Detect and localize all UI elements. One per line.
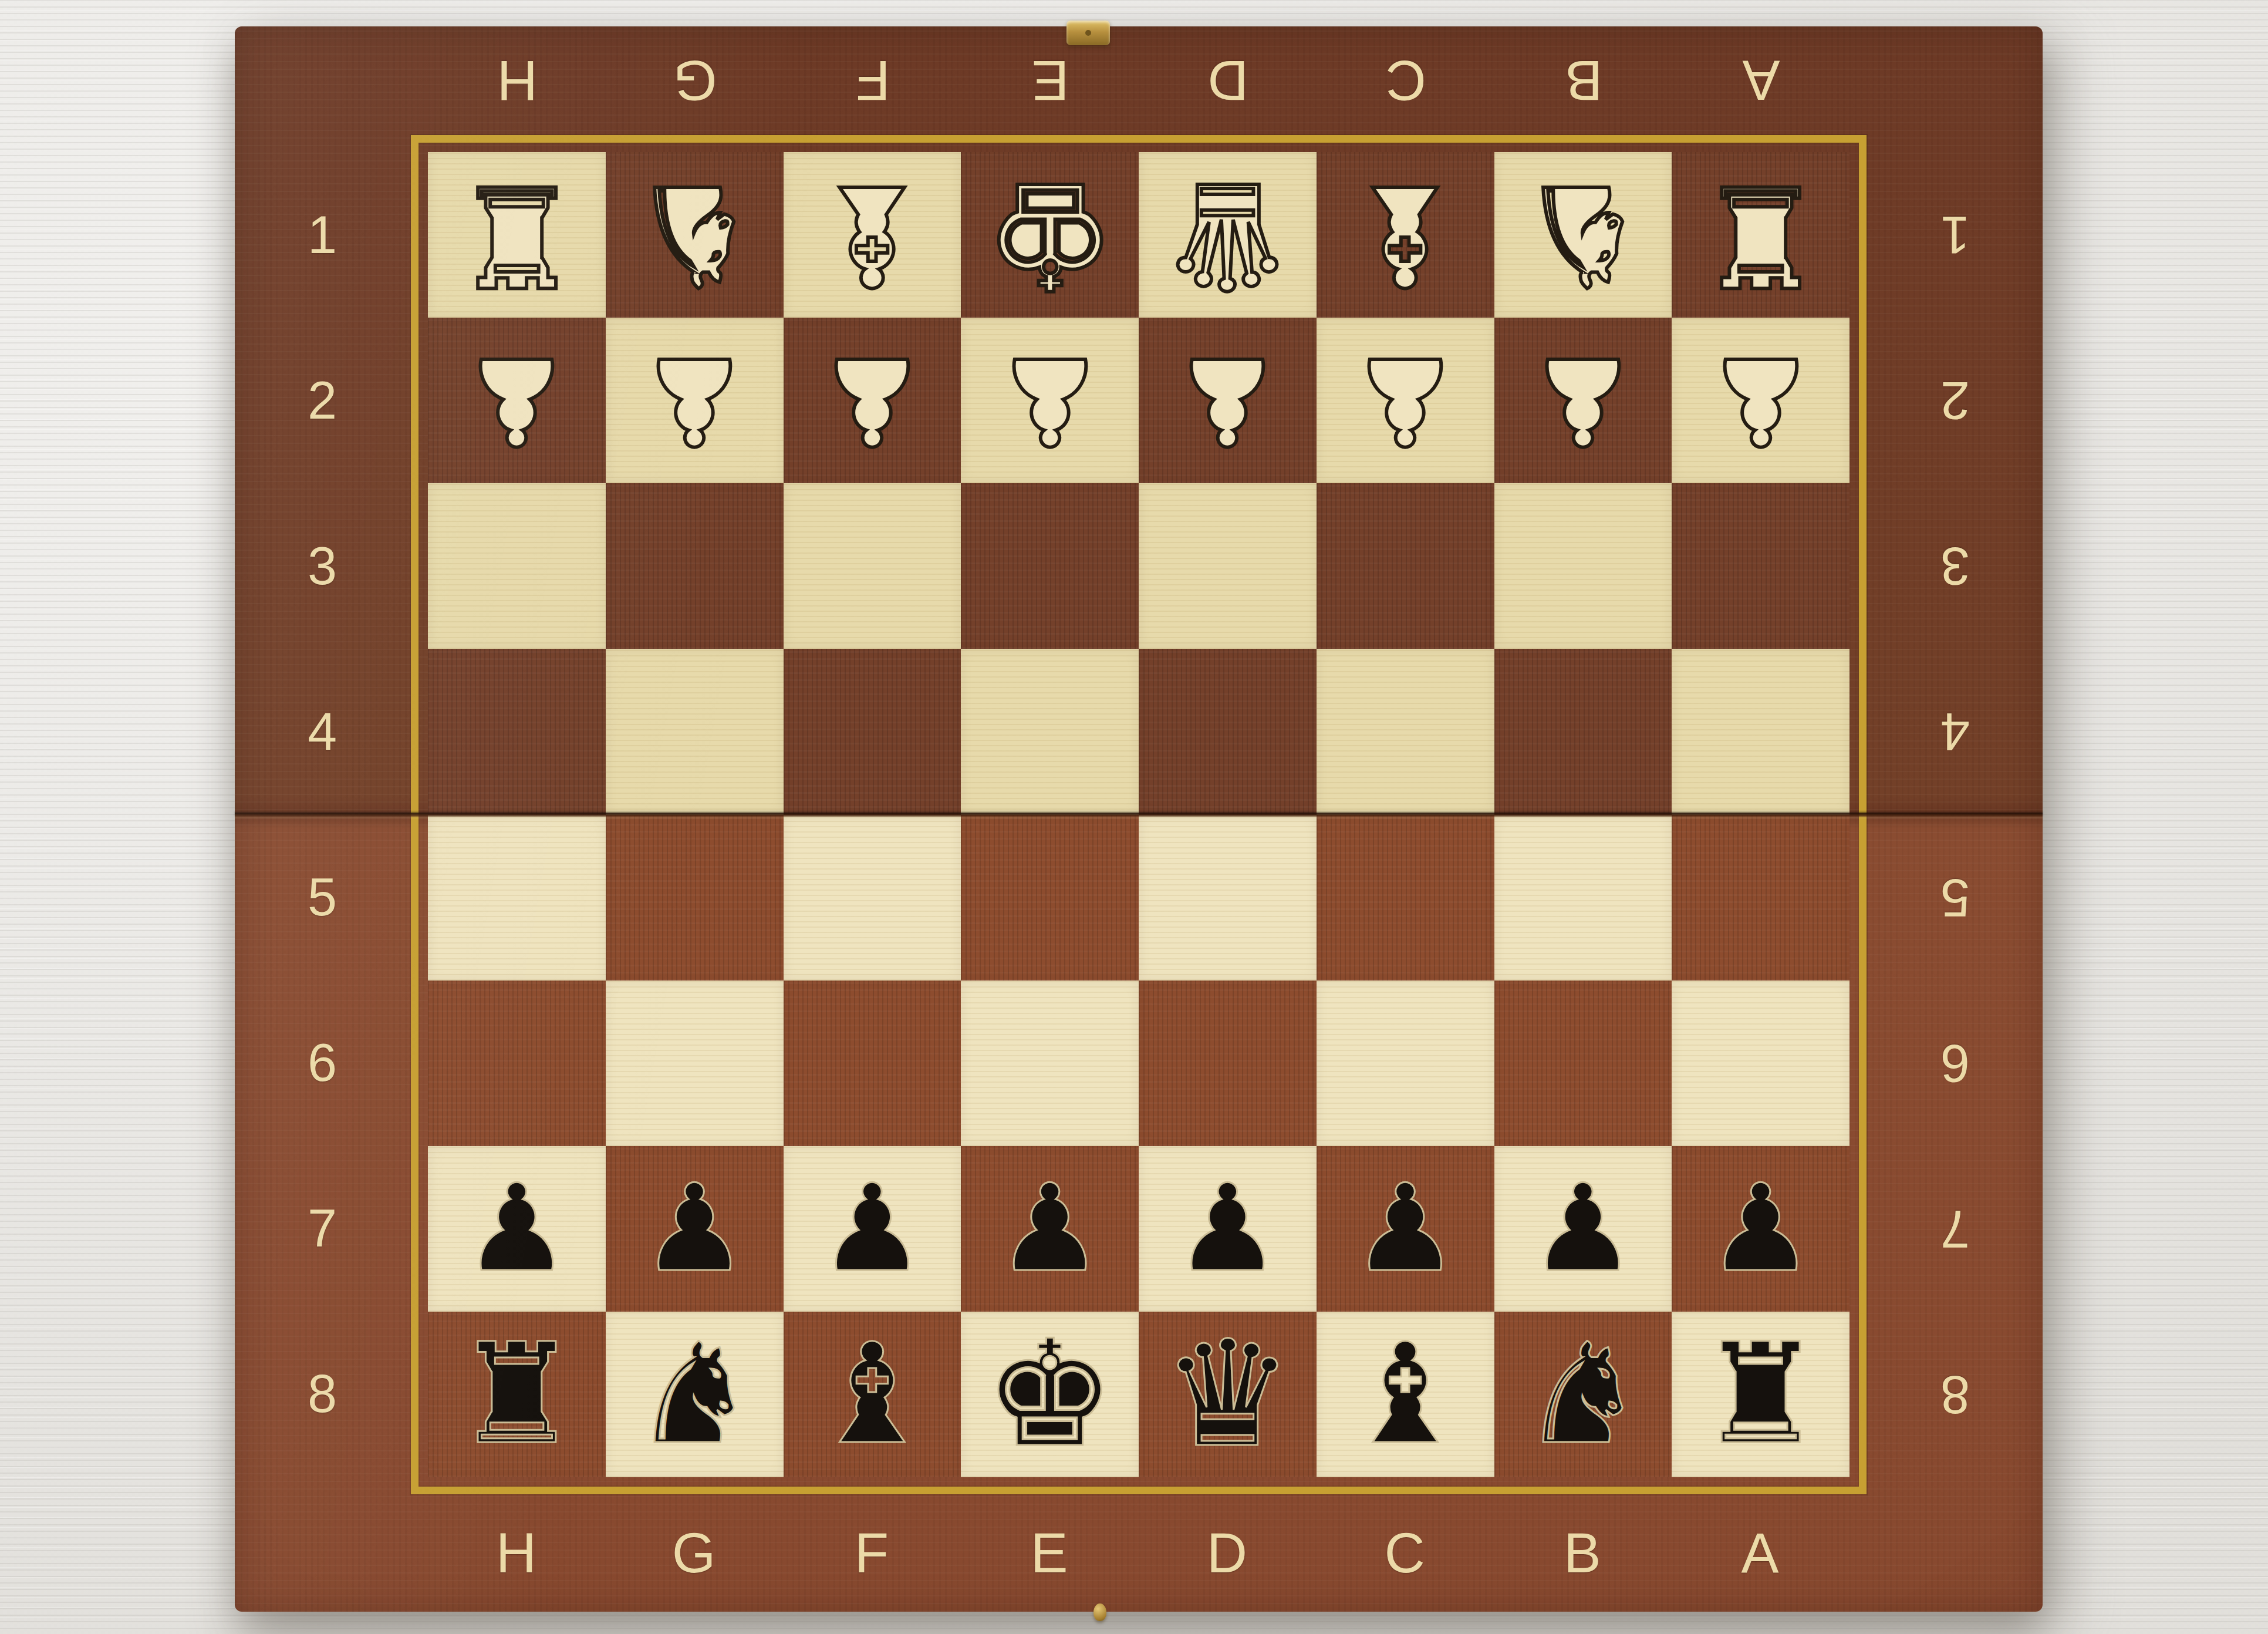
square-h2[interactable]: ♟ xyxy=(428,318,606,483)
square-f4[interactable] xyxy=(784,649,961,814)
file-label-top-G: G xyxy=(606,26,784,135)
square-d2[interactable]: ♟ xyxy=(1139,318,1317,483)
square-b4[interactable] xyxy=(1494,649,1672,814)
square-g3[interactable] xyxy=(606,483,784,649)
rank-label-right-6: 6 xyxy=(1867,981,2043,1146)
black-king-icon: ♚ xyxy=(984,1321,1116,1468)
square-a4[interactable] xyxy=(1672,649,1850,814)
square-g4[interactable] xyxy=(606,649,784,814)
black-bishop-icon: ♝ xyxy=(1343,1325,1467,1464)
rank-label-left-8: 8 xyxy=(235,1312,411,1477)
square-g7[interactable]: ♟ xyxy=(606,1146,784,1312)
file-labels-top: HGFEDCBA xyxy=(428,26,1850,135)
white-pawn-icon: ♟ xyxy=(463,341,571,461)
square-a3[interactable] xyxy=(1672,483,1850,649)
white-knight-icon: ♞ xyxy=(632,166,757,304)
black-knight-icon: ♞ xyxy=(632,1325,757,1464)
square-g1[interactable]: ♞ xyxy=(606,152,784,318)
square-e1[interactable]: ♚ xyxy=(961,152,1139,318)
white-knight-icon: ♞ xyxy=(1521,166,1645,304)
square-d3[interactable] xyxy=(1139,483,1317,649)
square-h5[interactable] xyxy=(428,815,606,981)
square-b6[interactable] xyxy=(1494,981,1672,1146)
square-f2[interactable]: ♟ xyxy=(784,318,961,483)
square-e5[interactable] xyxy=(961,815,1139,981)
white-rook-icon: ♜ xyxy=(1699,166,1823,304)
black-pawn-icon: ♟ xyxy=(640,1168,748,1289)
white-pawn-icon: ♟ xyxy=(1707,341,1815,461)
brass-hinge-icon xyxy=(1066,21,1110,45)
square-f5[interactable] xyxy=(784,815,961,981)
rank-label-left-5: 5 xyxy=(235,815,411,981)
black-knight-icon: ♞ xyxy=(1521,1325,1645,1464)
rank-label-left-1: 1 xyxy=(235,152,411,318)
square-d4[interactable] xyxy=(1139,649,1317,814)
chess-board: HGFEDCBA HGFEDCBA 12345678 12345678 ♜♞♝♚… xyxy=(235,26,2043,1612)
square-f6[interactable] xyxy=(784,981,961,1146)
square-b2[interactable]: ♟ xyxy=(1494,318,1672,483)
square-e6[interactable] xyxy=(961,981,1139,1146)
file-label-top-B: B xyxy=(1494,26,1672,135)
square-c1[interactable]: ♝ xyxy=(1317,152,1494,318)
white-queen-icon: ♛ xyxy=(1162,161,1293,308)
white-king-icon: ♚ xyxy=(984,161,1116,308)
file-labels-bottom: HGFEDCBA xyxy=(428,1494,1850,1612)
square-f1[interactable]: ♝ xyxy=(784,152,961,318)
black-pawn-icon: ♟ xyxy=(1707,1168,1815,1289)
white-pawn-icon: ♟ xyxy=(996,341,1104,461)
square-e3[interactable] xyxy=(961,483,1139,649)
square-h7[interactable]: ♟ xyxy=(428,1146,606,1312)
fold-seam xyxy=(235,813,2043,817)
square-c2[interactable]: ♟ xyxy=(1317,318,1494,483)
rank-label-right-8: 8 xyxy=(1867,1312,2043,1477)
rank-label-right-5: 5 xyxy=(1867,815,2043,981)
file-label-top-C: C xyxy=(1317,26,1494,135)
square-a5[interactable] xyxy=(1672,815,1850,981)
square-f8[interactable]: ♝ xyxy=(784,1312,961,1477)
square-b8[interactable]: ♞ xyxy=(1494,1312,1672,1477)
black-pawn-icon: ♟ xyxy=(1351,1168,1459,1289)
square-b5[interactable] xyxy=(1494,815,1672,981)
square-g8[interactable]: ♞ xyxy=(606,1312,784,1477)
square-a8[interactable]: ♜ xyxy=(1672,1312,1850,1477)
file-label-bottom-E: E xyxy=(961,1494,1139,1612)
rank-label-right-3: 3 xyxy=(1867,483,2043,649)
square-g6[interactable] xyxy=(606,981,784,1146)
file-label-bottom-D: D xyxy=(1139,1494,1317,1612)
square-d6[interactable] xyxy=(1139,981,1317,1146)
white-pawn-icon: ♟ xyxy=(1351,341,1459,461)
file-label-top-A: A xyxy=(1672,26,1850,135)
square-h8[interactable]: ♜ xyxy=(428,1312,606,1477)
square-c8[interactable]: ♝ xyxy=(1317,1312,1494,1477)
black-rook-icon: ♜ xyxy=(1699,1325,1823,1464)
rank-label-left-7: 7 xyxy=(235,1146,411,1312)
square-a7[interactable]: ♟ xyxy=(1672,1146,1850,1312)
white-rook-icon: ♜ xyxy=(455,166,579,304)
square-b3[interactable] xyxy=(1494,483,1672,649)
file-label-bottom-F: F xyxy=(784,1494,961,1612)
black-bishop-icon: ♝ xyxy=(810,1325,934,1464)
black-rook-icon: ♜ xyxy=(455,1325,579,1464)
rank-label-left-4: 4 xyxy=(235,649,411,814)
black-pawn-icon: ♟ xyxy=(463,1168,571,1289)
square-d1[interactable]: ♛ xyxy=(1139,152,1317,318)
square-b1[interactable]: ♞ xyxy=(1494,152,1672,318)
rank-label-left-2: 2 xyxy=(235,318,411,483)
brass-pin-icon xyxy=(1093,1603,1106,1621)
square-c6[interactable] xyxy=(1317,981,1494,1146)
square-e8[interactable]: ♚ xyxy=(961,1312,1139,1477)
square-d5[interactable] xyxy=(1139,815,1317,981)
black-pawn-icon: ♟ xyxy=(1173,1168,1281,1289)
square-f7[interactable]: ♟ xyxy=(784,1146,961,1312)
square-g5[interactable] xyxy=(606,815,784,981)
square-a1[interactable]: ♜ xyxy=(1672,152,1850,318)
white-bishop-icon: ♝ xyxy=(1343,166,1467,304)
square-d8[interactable]: ♛ xyxy=(1139,1312,1317,1477)
white-bishop-icon: ♝ xyxy=(810,166,934,304)
square-e4[interactable] xyxy=(961,649,1139,814)
square-c4[interactable] xyxy=(1317,649,1494,814)
square-c5[interactable] xyxy=(1317,815,1494,981)
black-pawn-icon: ♟ xyxy=(996,1168,1104,1289)
rank-label-left-6: 6 xyxy=(235,981,411,1146)
white-pawn-icon: ♟ xyxy=(1529,341,1637,461)
square-d7[interactable]: ♟ xyxy=(1139,1146,1317,1312)
white-pawn-icon: ♟ xyxy=(818,341,926,461)
file-label-top-E: E xyxy=(961,26,1139,135)
file-label-top-F: F xyxy=(784,26,961,135)
square-g2[interactable]: ♟ xyxy=(606,318,784,483)
square-f3[interactable] xyxy=(784,483,961,649)
file-label-bottom-H: H xyxy=(428,1494,606,1612)
white-pawn-icon: ♟ xyxy=(640,341,748,461)
black-pawn-icon: ♟ xyxy=(818,1168,926,1289)
square-c3[interactable] xyxy=(1317,483,1494,649)
square-e2[interactable]: ♟ xyxy=(961,318,1139,483)
black-pawn-icon: ♟ xyxy=(1529,1168,1637,1289)
square-e7[interactable]: ♟ xyxy=(961,1146,1139,1312)
square-h1[interactable]: ♜ xyxy=(428,152,606,318)
file-label-top-H: H xyxy=(428,26,606,135)
square-c7[interactable]: ♟ xyxy=(1317,1146,1494,1312)
square-a2[interactable]: ♟ xyxy=(1672,318,1850,483)
rank-label-right-4: 4 xyxy=(1867,649,2043,814)
file-label-bottom-B: B xyxy=(1494,1494,1672,1612)
file-label-bottom-G: G xyxy=(606,1494,784,1612)
square-b7[interactable]: ♟ xyxy=(1494,1146,1672,1312)
square-h6[interactable] xyxy=(428,981,606,1146)
file-label-bottom-A: A xyxy=(1672,1494,1850,1612)
rank-label-right-7: 7 xyxy=(1867,1146,2043,1312)
square-a6[interactable] xyxy=(1672,981,1850,1146)
rank-label-right-2: 2 xyxy=(1867,318,2043,483)
white-pawn-icon: ♟ xyxy=(1173,341,1281,461)
file-label-top-D: D xyxy=(1139,26,1317,135)
square-h4[interactable] xyxy=(428,649,606,814)
rank-label-left-3: 3 xyxy=(235,483,411,649)
square-h3[interactable] xyxy=(428,483,606,649)
file-label-bottom-C: C xyxy=(1317,1494,1494,1612)
rank-label-right-1: 1 xyxy=(1867,152,2043,318)
black-queen-icon: ♛ xyxy=(1162,1321,1293,1468)
